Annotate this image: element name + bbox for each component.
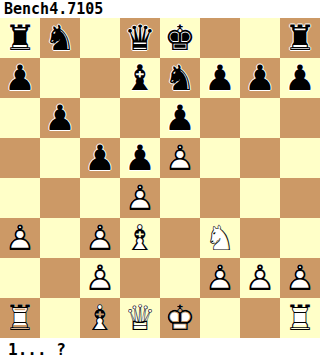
piece-black-pawn[interactable]: ♟ xyxy=(280,58,320,98)
piece-black-pawn[interactable]: ♟ xyxy=(40,98,80,138)
square-a2[interactable] xyxy=(0,258,40,298)
square-f2[interactable]: ♟♙ xyxy=(200,258,240,298)
square-c7[interactable] xyxy=(80,58,120,98)
piece-white-pawn[interactable]: ♙ xyxy=(240,258,280,298)
piece-black-knight[interactable]: ♞ xyxy=(160,58,200,98)
piece-black-king[interactable]: ♚ xyxy=(160,18,200,58)
square-b5[interactable] xyxy=(40,138,80,178)
square-a5[interactable] xyxy=(0,138,40,178)
piece-white-pawn[interactable]: ♙ xyxy=(80,218,120,258)
square-d3[interactable]: ♝♗ xyxy=(120,218,160,258)
square-e2[interactable] xyxy=(160,258,200,298)
piece-white-bishop[interactable]: ♗ xyxy=(80,298,120,338)
square-c2[interactable]: ♟♙ xyxy=(80,258,120,298)
square-f4[interactable] xyxy=(200,178,240,218)
status-bar: 1... ? xyxy=(0,338,320,360)
piece-white-king[interactable]: ♔ xyxy=(160,298,200,338)
square-g4[interactable] xyxy=(240,178,280,218)
piece-black-pawn[interactable]: ♟ xyxy=(200,58,240,98)
square-h3[interactable] xyxy=(280,218,320,258)
square-a7[interactable]: ♟ xyxy=(0,58,40,98)
window-title: Bench4.7105 xyxy=(0,0,103,18)
square-f8[interactable] xyxy=(200,18,240,58)
piece-white-pawn[interactable]: ♙ xyxy=(120,178,160,218)
chess-app-window: Bench4.7105 ♜♞♛♚♜♟♝♞♟♟♟♟♟♟♟♟♙♟♙♟♙♟♙♝♗♞♘♟… xyxy=(0,0,320,360)
square-f7[interactable]: ♟ xyxy=(200,58,240,98)
piece-white-pawn[interactable]: ♙ xyxy=(280,258,320,298)
square-f6[interactable] xyxy=(200,98,240,138)
square-b7[interactable] xyxy=(40,58,80,98)
piece-black-rook[interactable]: ♜ xyxy=(0,18,40,58)
square-h5[interactable] xyxy=(280,138,320,178)
square-f5[interactable] xyxy=(200,138,240,178)
square-d5[interactable]: ♟ xyxy=(120,138,160,178)
square-g7[interactable]: ♟ xyxy=(240,58,280,98)
square-d7[interactable]: ♝ xyxy=(120,58,160,98)
piece-white-rook[interactable]: ♖ xyxy=(280,298,320,338)
square-b8[interactable]: ♞ xyxy=(40,18,80,58)
piece-white-pawn[interactable]: ♙ xyxy=(200,258,240,298)
square-e3[interactable] xyxy=(160,218,200,258)
square-c1[interactable]: ♝♗ xyxy=(80,298,120,338)
square-h4[interactable] xyxy=(280,178,320,218)
square-b3[interactable] xyxy=(40,218,80,258)
square-a8[interactable]: ♜ xyxy=(0,18,40,58)
square-c6[interactable] xyxy=(80,98,120,138)
square-e7[interactable]: ♞ xyxy=(160,58,200,98)
piece-white-pawn[interactable]: ♙ xyxy=(160,138,200,178)
square-d2[interactable] xyxy=(120,258,160,298)
square-e8[interactable]: ♚ xyxy=(160,18,200,58)
square-b2[interactable] xyxy=(40,258,80,298)
square-b6[interactable]: ♟ xyxy=(40,98,80,138)
square-f3[interactable]: ♞♘ xyxy=(200,218,240,258)
square-d1[interactable]: ♛♕ xyxy=(120,298,160,338)
piece-white-pawn[interactable]: ♙ xyxy=(80,258,120,298)
square-g8[interactable] xyxy=(240,18,280,58)
square-a4[interactable] xyxy=(0,178,40,218)
piece-white-knight[interactable]: ♘ xyxy=(200,218,240,258)
square-h7[interactable]: ♟ xyxy=(280,58,320,98)
piece-black-pawn[interactable]: ♟ xyxy=(240,58,280,98)
piece-white-rook[interactable]: ♖ xyxy=(0,298,40,338)
piece-white-queen[interactable]: ♕ xyxy=(120,298,160,338)
square-g5[interactable] xyxy=(240,138,280,178)
square-c8[interactable] xyxy=(80,18,120,58)
square-c4[interactable] xyxy=(80,178,120,218)
piece-black-bishop[interactable]: ♝ xyxy=(120,58,160,98)
square-h2[interactable]: ♟♙ xyxy=(280,258,320,298)
chess-board: ♜♞♛♚♜♟♝♞♟♟♟♟♟♟♟♟♙♟♙♟♙♟♙♝♗♞♘♟♙♟♙♟♙♟♙♜♖♝♗♛… xyxy=(0,18,320,338)
piece-black-pawn[interactable]: ♟ xyxy=(80,138,120,178)
piece-black-pawn[interactable]: ♟ xyxy=(160,98,200,138)
move-prompt: 1... ? xyxy=(0,340,66,359)
square-g1[interactable] xyxy=(240,298,280,338)
square-b1[interactable] xyxy=(40,298,80,338)
square-h1[interactable]: ♜♖ xyxy=(280,298,320,338)
square-g6[interactable] xyxy=(240,98,280,138)
piece-black-pawn[interactable]: ♟ xyxy=(120,138,160,178)
square-h6[interactable] xyxy=(280,98,320,138)
square-d4[interactable]: ♟♙ xyxy=(120,178,160,218)
square-a1[interactable]: ♜♖ xyxy=(0,298,40,338)
square-d6[interactable] xyxy=(120,98,160,138)
square-e1[interactable]: ♚♔ xyxy=(160,298,200,338)
square-c3[interactable]: ♟♙ xyxy=(80,218,120,258)
square-e5[interactable]: ♟♙ xyxy=(160,138,200,178)
square-g3[interactable] xyxy=(240,218,280,258)
piece-white-pawn[interactable]: ♙ xyxy=(0,218,40,258)
piece-black-rook[interactable]: ♜ xyxy=(280,18,320,58)
square-e6[interactable]: ♟ xyxy=(160,98,200,138)
piece-white-bishop[interactable]: ♗ xyxy=(120,218,160,258)
square-b4[interactable] xyxy=(40,178,80,218)
square-h8[interactable]: ♜ xyxy=(280,18,320,58)
piece-black-knight[interactable]: ♞ xyxy=(40,18,80,58)
square-c5[interactable]: ♟ xyxy=(80,138,120,178)
title-bar: Bench4.7105 xyxy=(0,0,320,18)
square-g2[interactable]: ♟♙ xyxy=(240,258,280,298)
piece-black-pawn[interactable]: ♟ xyxy=(0,58,40,98)
piece-black-queen[interactable]: ♛ xyxy=(120,18,160,58)
square-d8[interactable]: ♛ xyxy=(120,18,160,58)
square-a6[interactable] xyxy=(0,98,40,138)
square-e4[interactable] xyxy=(160,178,200,218)
square-a3[interactable]: ♟♙ xyxy=(0,218,40,258)
square-f1[interactable] xyxy=(200,298,240,338)
